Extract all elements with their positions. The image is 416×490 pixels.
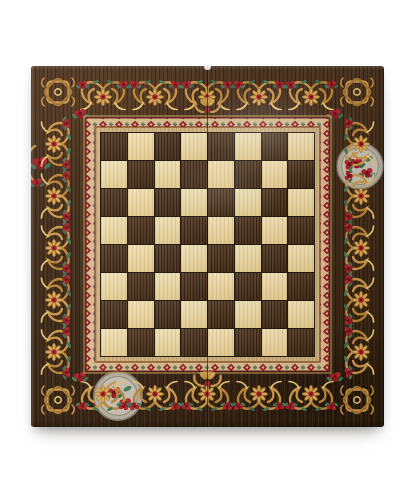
square-h6[interactable] [288, 189, 314, 216]
square-e2[interactable] [208, 301, 234, 328]
square-a3[interactable] [101, 273, 127, 300]
square-g6[interactable] [262, 189, 288, 216]
square-h4[interactable] [288, 245, 314, 272]
square-c4[interactable] [155, 245, 181, 272]
corner-knot-top-left [42, 77, 75, 107]
square-d5[interactable] [181, 217, 207, 244]
square-f3[interactable] [235, 273, 261, 300]
square-h8[interactable] [288, 133, 314, 160]
photo-background [0, 0, 416, 490]
square-a1[interactable] [101, 329, 127, 356]
square-e4[interactable] [208, 245, 234, 272]
square-h3[interactable] [288, 273, 314, 300]
floral-border-left [42, 116, 72, 380]
square-h1[interactable] [288, 329, 314, 356]
square-c7[interactable] [155, 161, 181, 188]
square-f8[interactable] [235, 133, 261, 160]
square-b1[interactable] [128, 329, 154, 356]
square-g2[interactable] [262, 301, 288, 328]
square-f2[interactable] [235, 301, 261, 328]
square-b2[interactable] [128, 301, 154, 328]
square-d6[interactable] [181, 189, 207, 216]
square-c6[interactable] [155, 189, 181, 216]
square-g4[interactable] [262, 245, 288, 272]
square-c1[interactable] [155, 329, 181, 356]
square-f7[interactable] [235, 161, 261, 188]
square-b8[interactable] [128, 133, 154, 160]
square-e1[interactable] [208, 329, 234, 356]
square-g5[interactable] [262, 217, 288, 244]
square-e5[interactable] [208, 217, 234, 244]
square-c8[interactable] [155, 133, 181, 160]
square-g1[interactable] [262, 329, 288, 356]
square-d1[interactable] [181, 329, 207, 356]
square-b3[interactable] [128, 273, 154, 300]
square-a6[interactable] [101, 189, 127, 216]
square-b7[interactable] [128, 161, 154, 188]
square-g3[interactable] [262, 273, 288, 300]
corner-knot-top-right [341, 77, 374, 107]
square-d7[interactable] [181, 161, 207, 188]
square-f5[interactable] [235, 217, 261, 244]
square-d2[interactable] [181, 301, 207, 328]
square-b6[interactable] [128, 189, 154, 216]
square-a8[interactable] [101, 133, 127, 160]
square-f6[interactable] [235, 189, 261, 216]
chess-board [31, 66, 384, 427]
square-b4[interactable] [128, 245, 154, 272]
square-b5[interactable] [128, 217, 154, 244]
square-h2[interactable] [288, 301, 314, 328]
square-d4[interactable] [181, 245, 207, 272]
square-e3[interactable] [208, 273, 234, 300]
square-d3[interactable] [181, 273, 207, 300]
square-d8[interactable] [181, 133, 207, 160]
square-e8[interactable] [208, 133, 234, 160]
fold-seam [207, 66, 208, 427]
corner-knot-bottom-right [341, 385, 374, 415]
corner-knot-bottom-left [42, 385, 75, 415]
square-a7[interactable] [101, 161, 127, 188]
square-f1[interactable] [235, 329, 261, 356]
square-e6[interactable] [208, 189, 234, 216]
square-a2[interactable] [101, 301, 127, 328]
square-c5[interactable] [155, 217, 181, 244]
square-c3[interactable] [155, 273, 181, 300]
square-f4[interactable] [235, 245, 261, 272]
square-h7[interactable] [288, 161, 314, 188]
square-c2[interactable] [155, 301, 181, 328]
square-g8[interactable] [262, 133, 288, 160]
square-a4[interactable] [101, 245, 127, 272]
square-e7[interactable] [208, 161, 234, 188]
square-g7[interactable] [262, 161, 288, 188]
square-h5[interactable] [288, 217, 314, 244]
square-a5[interactable] [101, 217, 127, 244]
